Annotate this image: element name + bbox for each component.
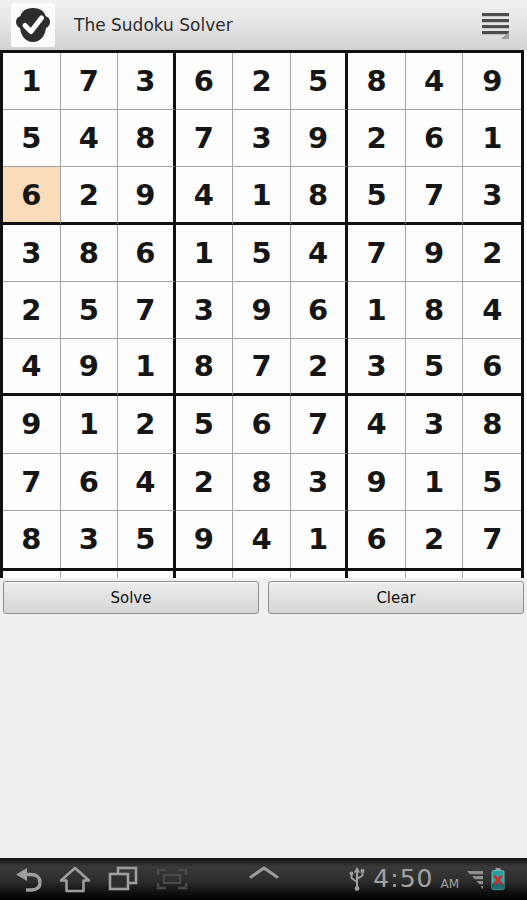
grid-overflow-stub	[0, 571, 524, 578]
cell-r2c5[interactable]: 3	[233, 110, 291, 167]
cell-r6c4[interactable]: 8	[176, 339, 234, 396]
cell-r2c8[interactable]: 6	[406, 110, 464, 167]
cell-r1c1[interactable]: 1	[3, 53, 61, 110]
nav-left-group	[0, 865, 189, 893]
cell-r6c2[interactable]: 9	[61, 339, 119, 396]
cell-r8c4[interactable]: 2	[176, 454, 234, 511]
cell-r9c9[interactable]: 7	[463, 511, 521, 568]
cell-r4c1[interactable]: 3	[3, 225, 61, 282]
cell-r2c1[interactable]: 5	[3, 110, 61, 167]
signal-icon	[466, 868, 484, 890]
cell-r4c5[interactable]: 5	[233, 225, 291, 282]
cell-r6c9[interactable]: 6	[463, 339, 521, 396]
cell-r5c7[interactable]: 1	[348, 282, 406, 339]
cell-r4c9[interactable]: 2	[463, 225, 521, 282]
cell-r7c3[interactable]: 2	[118, 396, 176, 453]
cell-r1c7[interactable]: 8	[348, 53, 406, 110]
recent-apps-icon[interactable]	[106, 865, 140, 893]
cell-r3c2[interactable]: 2	[61, 167, 119, 224]
cell-r2c2[interactable]: 4	[61, 110, 119, 167]
screenshot-icon[interactable]	[155, 865, 189, 893]
cell-r5c3[interactable]: 7	[118, 282, 176, 339]
cell-r3c1[interactable]: 6	[3, 167, 61, 224]
nav-center-group	[246, 864, 282, 880]
cell-r4c7[interactable]: 7	[348, 225, 406, 282]
cell-r1c4[interactable]: 6	[176, 53, 234, 110]
usb-icon	[348, 866, 366, 892]
cell-r5c9[interactable]: 4	[463, 282, 521, 339]
cell-r5c6[interactable]: 6	[291, 282, 349, 339]
cell-r8c6[interactable]: 3	[291, 454, 349, 511]
cell-r6c8[interactable]: 5	[406, 339, 464, 396]
cell-r8c7[interactable]: 9	[348, 454, 406, 511]
cell-r9c2[interactable]: 3	[61, 511, 119, 568]
cell-r6c6[interactable]: 2	[291, 339, 349, 396]
cell-r7c4[interactable]: 5	[176, 396, 234, 453]
cell-r5c8[interactable]: 8	[406, 282, 464, 339]
cell-r1c8[interactable]: 4	[406, 53, 464, 110]
cell-r7c2[interactable]: 1	[61, 396, 119, 453]
cell-r1c6[interactable]: 5	[291, 53, 349, 110]
menu-lines-icon[interactable]	[480, 10, 512, 40]
cell-r8c2[interactable]: 6	[61, 454, 119, 511]
cell-r3c4[interactable]: 4	[176, 167, 234, 224]
cell-r5c1[interactable]: 2	[3, 282, 61, 339]
status-group: 4:50 AM	[348, 858, 527, 900]
cell-r6c3[interactable]: 1	[118, 339, 176, 396]
cell-r8c1[interactable]: 7	[3, 454, 61, 511]
stub-line	[3, 571, 61, 578]
cell-r1c9[interactable]: 9	[463, 53, 521, 110]
cell-r4c4[interactable]: 1	[176, 225, 234, 282]
cell-r2c6[interactable]: 9	[291, 110, 349, 167]
app-header: The Sudoku Solver	[0, 0, 527, 50]
cell-r6c7[interactable]: 3	[348, 339, 406, 396]
cell-r8c9[interactable]: 5	[463, 454, 521, 511]
cell-r4c2[interactable]: 8	[61, 225, 119, 282]
cell-r9c1[interactable]: 8	[3, 511, 61, 568]
clock-time: 4:50	[373, 858, 433, 900]
cell-r1c3[interactable]: 3	[118, 53, 176, 110]
cell-r5c5[interactable]: 9	[233, 282, 291, 339]
cell-r3c9[interactable]: 3	[463, 167, 521, 224]
cell-r2c9[interactable]: 1	[463, 110, 521, 167]
cell-r9c6[interactable]: 1	[291, 511, 349, 568]
stub-line	[233, 571, 291, 578]
cell-r1c2[interactable]: 7	[61, 53, 119, 110]
cell-r8c5[interactable]: 8	[233, 454, 291, 511]
cell-r9c4[interactable]: 9	[176, 511, 234, 568]
cell-r4c8[interactable]: 9	[406, 225, 464, 282]
chevron-up-icon[interactable]	[246, 864, 282, 880]
cell-r7c9[interactable]: 8	[463, 396, 521, 453]
cell-r4c3[interactable]: 6	[118, 225, 176, 282]
home-icon[interactable]	[59, 865, 91, 893]
cell-r3c5[interactable]: 1	[233, 167, 291, 224]
cell-r3c6[interactable]: 8	[291, 167, 349, 224]
system-navigation-bar: 4:50 AM	[0, 858, 527, 900]
battery-icon	[491, 867, 505, 891]
cell-r7c7[interactable]: 4	[348, 396, 406, 453]
cell-r9c5[interactable]: 4	[233, 511, 291, 568]
cell-r8c8[interactable]: 1	[406, 454, 464, 511]
cell-r6c5[interactable]: 7	[233, 339, 291, 396]
cell-r5c2[interactable]: 5	[61, 282, 119, 339]
stub-line	[348, 571, 406, 578]
cell-r2c7[interactable]: 2	[348, 110, 406, 167]
cell-r9c8[interactable]: 2	[406, 511, 464, 568]
clear-button[interactable]: Clear	[268, 581, 524, 614]
cell-r8c3[interactable]: 4	[118, 454, 176, 511]
stub-line	[176, 571, 234, 578]
cell-r3c8[interactable]: 7	[406, 167, 464, 224]
sudoku-board: 1736258495487392616294185733861547922573…	[0, 50, 524, 571]
stub-line	[61, 571, 119, 578]
cell-r2c3[interactable]: 8	[118, 110, 176, 167]
cell-r9c7[interactable]: 6	[348, 511, 406, 568]
cell-r3c3[interactable]: 9	[118, 167, 176, 224]
cell-r7c6[interactable]: 7	[291, 396, 349, 453]
page-title: The Sudoku Solver	[74, 15, 233, 35]
back-icon[interactable]	[12, 865, 44, 893]
cell-r1c5[interactable]: 2	[233, 53, 291, 110]
cell-r5c4[interactable]: 3	[176, 282, 234, 339]
stub-line	[463, 571, 521, 578]
cell-r3c7[interactable]: 5	[348, 167, 406, 224]
cell-r7c8[interactable]: 3	[406, 396, 464, 453]
stub-line	[406, 571, 464, 578]
checkmark-badge-icon	[13, 5, 53, 45]
cell-r4c6[interactable]: 4	[291, 225, 349, 282]
stub-line	[291, 571, 349, 578]
cell-r2c4[interactable]: 7	[176, 110, 234, 167]
cell-r9c3[interactable]: 5	[118, 511, 176, 568]
sudoku-solver-screen: The Sudoku Solver 1736258495487392616294…	[0, 0, 527, 900]
app-icon	[11, 3, 55, 47]
cell-r7c5[interactable]: 6	[233, 396, 291, 453]
stub-line	[118, 571, 176, 578]
cell-r6c1[interactable]: 4	[3, 339, 61, 396]
clock-meridiem: AM	[440, 877, 459, 891]
button-row: Solve Clear	[0, 581, 527, 614]
cell-r7c1[interactable]: 9	[3, 396, 61, 453]
solve-button[interactable]: Solve	[3, 581, 259, 614]
